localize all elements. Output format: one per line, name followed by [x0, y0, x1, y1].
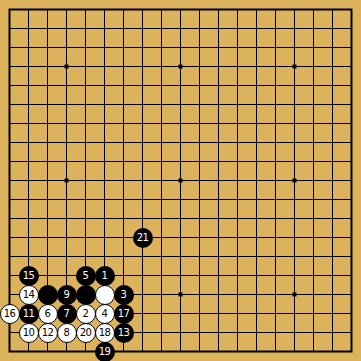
stone-white-move-6: 6	[38, 304, 58, 324]
stone-black-move-9: 9	[57, 285, 77, 305]
move-number-label: 20	[80, 328, 92, 338]
stones-layer: 211551149316116724171012820181319	[0, 0, 361, 361]
move-number-label: 14	[23, 290, 35, 300]
stone-black-move-11: 11	[19, 304, 39, 324]
move-number-label: 4	[102, 309, 108, 319]
move-number-label: 13	[118, 328, 130, 338]
stone-white-move-14: 14	[19, 285, 39, 305]
move-number-label: 21	[137, 233, 149, 243]
stone-black-move-21: 21	[133, 228, 153, 248]
move-number-label: 18	[99, 328, 111, 338]
move-number-label: 5	[83, 271, 89, 281]
move-number-label: 15	[23, 271, 35, 281]
stone-black-setup	[38, 285, 58, 305]
go-board: 211551149316116724171012820181319	[0, 0, 361, 361]
stone-white-move-8: 8	[57, 323, 77, 343]
move-number-label: 2	[83, 309, 89, 319]
stone-white-move-2: 2	[76, 304, 96, 324]
move-number-label: 17	[118, 309, 130, 319]
stone-black-move-15: 15	[19, 266, 39, 286]
stone-black-move-3: 3	[114, 285, 134, 305]
move-number-label: 1	[102, 271, 108, 281]
move-number-label: 19	[99, 347, 111, 357]
stone-black-move-17: 17	[114, 304, 134, 324]
move-number-label: 11	[23, 309, 35, 319]
stone-white-move-20: 20	[76, 323, 96, 343]
stone-white-setup	[95, 285, 115, 305]
stone-white-move-4: 4	[95, 304, 115, 324]
stone-white-move-18: 18	[95, 323, 115, 343]
stone-black-move-13: 13	[114, 323, 134, 343]
move-number-label: 3	[121, 290, 127, 300]
stone-black-move-7: 7	[57, 304, 77, 324]
move-number-label: 12	[42, 328, 54, 338]
move-number-label: 6	[45, 309, 51, 319]
stone-black-move-5: 5	[76, 266, 96, 286]
stone-white-move-10: 10	[19, 323, 39, 343]
move-number-label: 16	[4, 309, 16, 319]
move-number-label: 7	[64, 309, 70, 319]
stone-black-move-19: 19	[95, 342, 115, 361]
move-number-label: 10	[23, 328, 35, 338]
stone-black-setup	[76, 285, 96, 305]
stone-white-move-12: 12	[38, 323, 58, 343]
stone-black-move-1: 1	[95, 266, 115, 286]
move-number-label: 8	[64, 328, 70, 338]
stone-white-move-16: 16	[0, 304, 20, 324]
move-number-label: 9	[64, 290, 70, 300]
